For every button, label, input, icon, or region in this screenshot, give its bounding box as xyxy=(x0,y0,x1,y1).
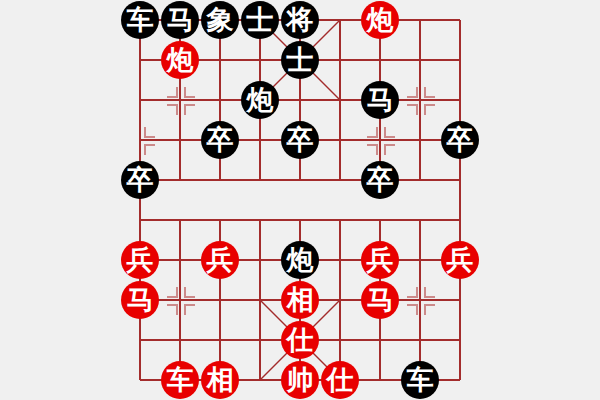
position-marker xyxy=(144,144,155,155)
piece-red-horse[interactable]: 马 xyxy=(361,281,399,319)
position-marker xyxy=(407,304,418,315)
piece-red-soldier[interactable]: 兵 xyxy=(121,241,159,279)
position-marker xyxy=(367,127,378,138)
piece-red-cannon[interactable]: 炮 xyxy=(361,1,399,39)
position-marker xyxy=(184,287,195,298)
piece-black-horse[interactable]: 马 xyxy=(161,1,199,39)
position-marker xyxy=(167,87,178,98)
position-marker xyxy=(184,104,195,115)
piece-black-cannon[interactable]: 炮 xyxy=(241,81,279,119)
piece-red-elephant[interactable]: 相 xyxy=(281,281,319,319)
position-marker xyxy=(424,104,435,115)
app-background: 车马象士将炮炮士炮马卒卒卒卒卒兵兵炮兵兵马相马仕车相帅仕车 xyxy=(0,0,600,400)
position-marker xyxy=(167,304,178,315)
piece-red-advisor[interactable]: 仕 xyxy=(281,321,319,359)
xiangqi-board[interactable]: 车马象士将炮炮士炮马卒卒卒卒卒兵兵炮兵兵马相马仕车相帅仕车 xyxy=(0,0,600,400)
position-marker xyxy=(144,127,155,138)
piece-black-advisor[interactable]: 士 xyxy=(281,41,319,79)
piece-red-horse[interactable]: 马 xyxy=(121,281,159,319)
piece-black-soldier[interactable]: 卒 xyxy=(121,161,159,199)
piece-red-general[interactable]: 帅 xyxy=(281,361,319,399)
piece-black-chariot[interactable]: 车 xyxy=(401,361,439,399)
position-marker xyxy=(167,287,178,298)
position-marker xyxy=(167,104,178,115)
piece-black-soldier[interactable]: 卒 xyxy=(361,161,399,199)
piece-black-general[interactable]: 将 xyxy=(281,1,319,39)
piece-red-soldier[interactable]: 兵 xyxy=(441,241,479,279)
position-marker xyxy=(407,287,418,298)
piece-black-elephant[interactable]: 象 xyxy=(201,1,239,39)
piece-red-soldier[interactable]: 兵 xyxy=(201,241,239,279)
piece-black-soldier[interactable]: 卒 xyxy=(281,121,319,159)
piece-black-soldier[interactable]: 卒 xyxy=(441,121,479,159)
piece-black-cannon[interactable]: 炮 xyxy=(281,241,319,279)
position-marker xyxy=(184,304,195,315)
piece-black-advisor[interactable]: 士 xyxy=(241,1,279,39)
position-marker xyxy=(424,304,435,315)
piece-red-elephant[interactable]: 相 xyxy=(201,361,239,399)
position-marker xyxy=(424,287,435,298)
position-marker xyxy=(424,87,435,98)
position-marker xyxy=(384,127,395,138)
piece-black-horse[interactable]: 马 xyxy=(361,81,399,119)
piece-red-chariot[interactable]: 车 xyxy=(161,361,199,399)
position-marker xyxy=(384,144,395,155)
piece-red-advisor[interactable]: 仕 xyxy=(321,361,359,399)
piece-red-cannon[interactable]: 炮 xyxy=(161,41,199,79)
position-marker xyxy=(184,87,195,98)
piece-black-soldier[interactable]: 卒 xyxy=(201,121,239,159)
piece-red-soldier[interactable]: 兵 xyxy=(361,241,399,279)
piece-black-chariot[interactable]: 车 xyxy=(121,1,159,39)
position-marker xyxy=(367,144,378,155)
position-marker xyxy=(407,104,418,115)
position-marker xyxy=(407,87,418,98)
